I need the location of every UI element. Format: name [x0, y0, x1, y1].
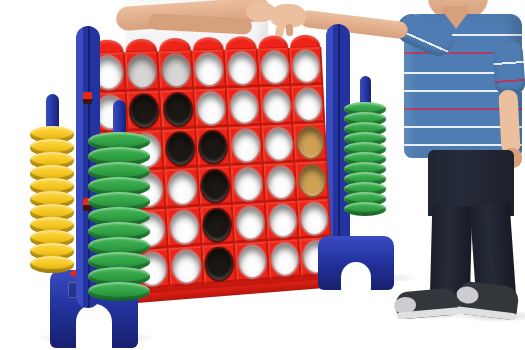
board-hole	[204, 246, 236, 283]
board-cell-r5-c6	[266, 201, 300, 241]
green-disc-stack-left	[88, 100, 150, 301]
board-cell-r4-c7	[296, 161, 330, 201]
board-cell-r3-c4	[196, 127, 231, 168]
board-hole	[126, 53, 158, 90]
board-hole	[263, 126, 294, 162]
board-hole	[269, 241, 300, 278]
board-hole	[297, 163, 327, 199]
yellow-disc-stack	[30, 94, 74, 273]
scallop-bump	[159, 38, 191, 52]
board-hole	[237, 243, 268, 280]
board-cell-r5-c5	[233, 203, 268, 244]
sneaker-sole	[456, 306, 516, 320]
board-hole	[265, 165, 296, 201]
boy-right-sleeve	[492, 41, 525, 95]
board-cell-r2-c4	[194, 88, 229, 128]
green-disc-stack-right	[344, 76, 386, 216]
board-cell-r1-c4	[192, 50, 227, 90]
board-hole	[227, 51, 258, 87]
board-hole	[194, 52, 226, 88]
board-hole	[293, 87, 323, 122]
board-cell-r6-c6	[268, 239, 302, 280]
board-cell-r6-c3	[169, 246, 205, 288]
board-hole	[170, 248, 202, 286]
board-hole	[200, 168, 232, 205]
board-cell-r3-c5	[229, 126, 264, 166]
scallop-bump	[225, 36, 256, 49]
frame-right-leg	[318, 236, 394, 290]
board-hole	[267, 203, 298, 239]
board-cell-r5-c7	[298, 199, 332, 239]
board-hole	[231, 128, 262, 164]
board-cell-r4-c4	[198, 166, 233, 207]
board-hole	[166, 170, 198, 207]
board-hole	[291, 49, 321, 84]
boy-right-sneaker	[456, 280, 520, 320]
green-disc	[344, 202, 386, 216]
board-hole	[164, 131, 196, 168]
sneaker-toe-cap	[456, 285, 480, 305]
board-cell-r3-c7	[294, 123, 328, 163]
giant-connect-four-photo	[0, 0, 525, 350]
board-hole	[162, 92, 194, 128]
board-cell-r2-c5	[227, 87, 262, 127]
board-hole	[299, 201, 329, 237]
board-cell-r4-c6	[264, 163, 298, 203]
board-hole	[235, 205, 266, 242]
board-hole	[233, 166, 264, 202]
scallop-bump	[258, 35, 289, 48]
board-hole	[259, 50, 290, 85]
board-cell-r5-c3	[167, 207, 203, 248]
board-cell-r6-c4	[202, 244, 237, 285]
board-cell-r3-c6	[262, 124, 296, 164]
board-cell-r6-c5	[235, 241, 270, 282]
board-cell-r2-c6	[259, 86, 293, 126]
boy-left-sneaker	[395, 287, 459, 319]
board-cell-r1-c7	[290, 47, 324, 86]
board-cell-r4-c3	[164, 168, 200, 209]
scallop-bump	[290, 35, 321, 48]
scallop-bump	[125, 39, 158, 53]
boy-right-forearm	[498, 90, 520, 155]
board-cell-r1-c6	[257, 48, 291, 87]
board-cell-r1-c3	[158, 50, 194, 90]
board-cell-r2-c7	[292, 85, 326, 124]
board-cell-r5-c4	[200, 205, 235, 246]
board-cell-r1-c2	[124, 51, 160, 92]
board-cell-r4-c5	[231, 164, 266, 205]
board-hole	[295, 125, 325, 161]
board-cell-r1-c5	[225, 49, 260, 89]
yellow-disc	[30, 256, 74, 273]
right-leg-arch	[341, 262, 371, 290]
board-hole	[202, 207, 234, 244]
board-hole	[196, 90, 228, 126]
board-hole	[168, 209, 200, 246]
board-hole	[229, 89, 260, 125]
left-leg-arch	[76, 304, 112, 348]
scallop-bump	[192, 37, 224, 50]
board-cell-r2-c3	[160, 89, 196, 130]
board-hole	[160, 52, 192, 88]
board-hole	[198, 129, 230, 165]
board-cell-r3-c3	[162, 129, 198, 170]
green-disc	[88, 282, 150, 301]
board-hole	[261, 88, 292, 124]
